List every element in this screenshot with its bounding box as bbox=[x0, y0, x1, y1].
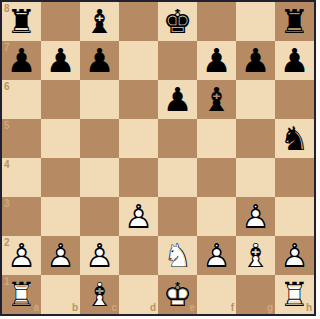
white-knight-e2: ♞♘ bbox=[158, 236, 197, 275]
square-e5[interactable] bbox=[158, 119, 197, 158]
black-pawn-b7: ♟ bbox=[41, 41, 80, 80]
square-d1[interactable]: d bbox=[119, 275, 158, 314]
rank-label-3: 3 bbox=[4, 199, 10, 209]
square-e1[interactable]: e♚♔ bbox=[158, 275, 197, 314]
square-e8[interactable]: ♚ bbox=[158, 2, 197, 41]
black-pawn-f7: ♟ bbox=[197, 41, 236, 80]
square-b5[interactable] bbox=[41, 119, 80, 158]
square-b4[interactable] bbox=[41, 158, 80, 197]
square-c5[interactable] bbox=[80, 119, 119, 158]
square-b2[interactable]: ♟♙ bbox=[41, 236, 80, 275]
file-label-f: f bbox=[231, 303, 234, 313]
square-f3[interactable] bbox=[197, 197, 236, 236]
square-a1[interactable]: 1a♜♖ bbox=[2, 275, 41, 314]
white-rook-a1: ♜♖ bbox=[2, 275, 41, 314]
square-g5[interactable] bbox=[236, 119, 275, 158]
square-d6[interactable] bbox=[119, 80, 158, 119]
square-b8[interactable] bbox=[41, 2, 80, 41]
square-c4[interactable] bbox=[80, 158, 119, 197]
black-pawn-h7: ♟ bbox=[275, 41, 314, 80]
square-a8[interactable]: 8♜ bbox=[2, 2, 41, 41]
white-pawn-a2: ♟♙ bbox=[2, 236, 41, 275]
square-e4[interactable] bbox=[158, 158, 197, 197]
rank-label-4: 4 bbox=[4, 160, 10, 170]
square-a4[interactable]: 4 bbox=[2, 158, 41, 197]
square-c1[interactable]: c♝♗ bbox=[80, 275, 119, 314]
square-b6[interactable] bbox=[41, 80, 80, 119]
file-label-b: b bbox=[72, 303, 78, 313]
black-bishop-c8: ♝ bbox=[80, 2, 119, 41]
square-h5[interactable]: ♞ bbox=[275, 119, 314, 158]
square-a5[interactable]: 5 bbox=[2, 119, 41, 158]
square-d2[interactable] bbox=[119, 236, 158, 275]
black-bishop-f6: ♝ bbox=[197, 80, 236, 119]
black-pawn-e6: ♟ bbox=[158, 80, 197, 119]
black-knight-h5: ♞ bbox=[275, 119, 314, 158]
square-d5[interactable] bbox=[119, 119, 158, 158]
white-bishop-c1: ♝♗ bbox=[80, 275, 119, 314]
square-c3[interactable] bbox=[80, 197, 119, 236]
square-a6[interactable]: 6 bbox=[2, 80, 41, 119]
square-a7[interactable]: 7♟ bbox=[2, 41, 41, 80]
white-pawn-h2: ♟♙ bbox=[275, 236, 314, 275]
square-f5[interactable] bbox=[197, 119, 236, 158]
file-label-g: g bbox=[267, 303, 273, 313]
square-g8[interactable] bbox=[236, 2, 275, 41]
white-pawn-d3: ♟♙ bbox=[119, 197, 158, 236]
file-label-d: d bbox=[150, 303, 156, 313]
square-b7[interactable]: ♟ bbox=[41, 41, 80, 80]
square-h2[interactable]: ♟♙ bbox=[275, 236, 314, 275]
square-f7[interactable]: ♟ bbox=[197, 41, 236, 80]
square-c6[interactable] bbox=[80, 80, 119, 119]
square-f6[interactable]: ♝ bbox=[197, 80, 236, 119]
rank-label-5: 5 bbox=[4, 121, 10, 131]
chess-board: 8♜♝♚♜7♟♟♟♟♟♟6♟♝5♞43♟♙♟♙2♟♙♟♙♟♙♞♘♟♙♝♗♟♙1a… bbox=[2, 2, 314, 314]
square-c8[interactable]: ♝ bbox=[80, 2, 119, 41]
square-b1[interactable]: b bbox=[41, 275, 80, 314]
square-e2[interactable]: ♞♘ bbox=[158, 236, 197, 275]
square-a3[interactable]: 3 bbox=[2, 197, 41, 236]
square-g6[interactable] bbox=[236, 80, 275, 119]
square-d8[interactable] bbox=[119, 2, 158, 41]
square-d4[interactable] bbox=[119, 158, 158, 197]
chess-board-frame: 8♜♝♚♜7♟♟♟♟♟♟6♟♝5♞43♟♙♟♙2♟♙♟♙♟♙♞♘♟♙♝♗♟♙1a… bbox=[0, 0, 316, 316]
square-h4[interactable] bbox=[275, 158, 314, 197]
black-pawn-a7: ♟ bbox=[2, 41, 41, 80]
square-g4[interactable] bbox=[236, 158, 275, 197]
black-rook-a8: ♜ bbox=[2, 2, 41, 41]
square-f1[interactable]: f bbox=[197, 275, 236, 314]
black-pawn-g7: ♟ bbox=[236, 41, 275, 80]
white-bishop-g2: ♝♗ bbox=[236, 236, 275, 275]
square-h8[interactable]: ♜ bbox=[275, 2, 314, 41]
square-f4[interactable] bbox=[197, 158, 236, 197]
square-e3[interactable] bbox=[158, 197, 197, 236]
square-c2[interactable]: ♟♙ bbox=[80, 236, 119, 275]
white-pawn-g3: ♟♙ bbox=[236, 197, 275, 236]
black-rook-h8: ♜ bbox=[275, 2, 314, 41]
square-h6[interactable] bbox=[275, 80, 314, 119]
square-a2[interactable]: 2♟♙ bbox=[2, 236, 41, 275]
square-e7[interactable] bbox=[158, 41, 197, 80]
square-e6[interactable]: ♟ bbox=[158, 80, 197, 119]
white-pawn-f2: ♟♙ bbox=[197, 236, 236, 275]
square-b3[interactable] bbox=[41, 197, 80, 236]
black-king-e8: ♚ bbox=[158, 2, 197, 41]
black-pawn-c7: ♟ bbox=[80, 41, 119, 80]
square-d7[interactable] bbox=[119, 41, 158, 80]
white-king-e1: ♚♔ bbox=[158, 275, 197, 314]
square-f8[interactable] bbox=[197, 2, 236, 41]
square-g3[interactable]: ♟♙ bbox=[236, 197, 275, 236]
square-h7[interactable]: ♟ bbox=[275, 41, 314, 80]
rank-label-6: 6 bbox=[4, 82, 10, 92]
square-h1[interactable]: h♜♖ bbox=[275, 275, 314, 314]
square-g2[interactable]: ♝♗ bbox=[236, 236, 275, 275]
square-g7[interactable]: ♟ bbox=[236, 41, 275, 80]
white-pawn-b2: ♟♙ bbox=[41, 236, 80, 275]
square-g1[interactable]: g bbox=[236, 275, 275, 314]
square-d3[interactable]: ♟♙ bbox=[119, 197, 158, 236]
square-h3[interactable] bbox=[275, 197, 314, 236]
white-pawn-c2: ♟♙ bbox=[80, 236, 119, 275]
white-rook-h1: ♜♖ bbox=[275, 275, 314, 314]
square-c7[interactable]: ♟ bbox=[80, 41, 119, 80]
square-f2[interactable]: ♟♙ bbox=[197, 236, 236, 275]
